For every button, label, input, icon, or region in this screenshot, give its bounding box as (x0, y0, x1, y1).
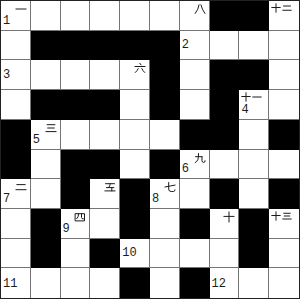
entry-cell-r8c2[interactable] (61, 239, 91, 269)
clue-number: 1 (3, 15, 10, 27)
block-cell-r7c8 (239, 209, 269, 239)
kanji-clue-label (134, 62, 146, 74)
block-cell-r2c5 (150, 60, 180, 90)
block-cell-r1c2 (61, 31, 91, 61)
entry-cell-r4c2[interactable] (61, 120, 91, 150)
kanji-clue-label (271, 3, 292, 13)
entry-cell-r0c6[interactable] (180, 1, 210, 31)
block-cell-r4c9 (269, 120, 299, 150)
block-cell-r2c8 (239, 60, 269, 90)
entry-cell-r1c0[interactable] (1, 31, 31, 61)
block-cell-r5c3 (90, 150, 120, 180)
block-cell-r3c5 (150, 90, 180, 120)
block-cell-r3c1 (31, 90, 61, 120)
entry-cell-r5c1[interactable] (31, 150, 61, 180)
clue-number: 12 (212, 278, 226, 290)
entry-cell-r2c1[interactable] (31, 60, 61, 90)
clue-number: 7 (3, 193, 10, 205)
kanji-clue-label (15, 3, 27, 15)
clue-number: 10 (122, 247, 136, 259)
block-cell-r7c1 (31, 209, 61, 239)
block-cell-r9c4 (120, 268, 150, 298)
entry-cell-r4c5[interactable] (150, 120, 180, 150)
block-cell-r8c3 (90, 239, 120, 269)
entry-cell-r1c9[interactable] (269, 31, 299, 61)
kanji-clue-label (271, 211, 292, 221)
entry-cell-r6c8[interactable] (239, 179, 269, 209)
entry-cell-r5c4[interactable] (120, 150, 150, 180)
entry-cell-r4c1[interactable]: 5 (31, 120, 61, 150)
entry-cell-r2c6[interactable] (180, 60, 210, 90)
entry-cell-r8c6[interactable] (180, 239, 210, 269)
kanji-clue-label (223, 211, 235, 223)
clue-number: 5 (33, 134, 40, 146)
block-cell-r3c7 (210, 90, 240, 120)
entry-cell-r5c9[interactable] (269, 150, 299, 180)
clue-number: 4 (241, 104, 248, 116)
entry-cell-r7c0[interactable] (1, 209, 31, 239)
block-cell-r5c0 (1, 150, 31, 180)
entry-cell-r7c3[interactable] (90, 209, 120, 239)
entry-cell-r9c2[interactable] (61, 268, 91, 298)
kanji-clue-label (194, 152, 206, 164)
block-cell-r3c3 (90, 90, 120, 120)
entry-cell-r0c9[interactable] (269, 1, 299, 31)
block-cell-r1c5 (150, 31, 180, 61)
entry-cell-r1c8[interactable] (239, 31, 269, 61)
crossword-board: 123456789101112 (0, 0, 300, 299)
entry-cell-r3c4[interactable] (120, 90, 150, 120)
entry-cell-r1c6[interactable]: 2 (180, 31, 210, 61)
entry-cell-r9c1[interactable] (31, 268, 61, 298)
entry-cell-r7c2[interactable]: 9 (61, 209, 91, 239)
entry-cell-r6c6[interactable] (180, 179, 210, 209)
entry-cell-r6c1[interactable] (31, 179, 61, 209)
kanji-clue-label (74, 211, 86, 223)
kanji-clue-label (15, 181, 27, 193)
clue-number: 2 (182, 39, 189, 51)
block-cell-r1c4 (120, 31, 150, 61)
entry-cell-r9c5[interactable] (150, 268, 180, 298)
block-cell-r4c7 (210, 120, 240, 150)
entry-cell-r3c8[interactable]: 4 (239, 90, 269, 120)
block-cell-r5c2 (61, 150, 91, 180)
entry-cell-r7c9[interactable] (269, 209, 299, 239)
entry-cell-r0c2[interactable] (61, 1, 91, 31)
entry-cell-r9c7[interactable]: 12 (210, 268, 240, 298)
block-cell-r8c8 (239, 239, 269, 269)
block-cell-r0c8 (239, 1, 269, 31)
block-cell-r5c5 (150, 150, 180, 180)
block-cell-r6c9 (269, 179, 299, 209)
entry-cell-r6c0[interactable]: 7 (1, 179, 31, 209)
entry-cell-r0c5[interactable] (150, 1, 180, 31)
block-cell-r0c7 (210, 1, 240, 31)
clue-number: 6 (182, 163, 189, 175)
block-cell-r7c6 (180, 209, 210, 239)
entry-cell-r2c0[interactable]: 3 (1, 60, 31, 90)
block-cell-r9c6 (180, 268, 210, 298)
entry-cell-r1c7[interactable] (210, 31, 240, 61)
block-cell-r1c1 (31, 31, 61, 61)
entry-cell-r3c0[interactable] (1, 90, 31, 120)
entry-cell-r0c1[interactable] (31, 1, 61, 31)
entry-cell-r6c5[interactable]: 8 (150, 179, 180, 209)
entry-cell-r5c6[interactable]: 6 (180, 150, 210, 180)
entry-cell-r2c3[interactable] (90, 60, 120, 90)
entry-cell-r3c9[interactable] (269, 90, 299, 120)
block-cell-r2c7 (210, 60, 240, 90)
block-cell-r4c0 (1, 120, 31, 150)
entry-cell-r8c7[interactable] (210, 239, 240, 269)
block-cell-r7c4 (120, 209, 150, 239)
entry-cell-r4c3[interactable] (90, 120, 120, 150)
entry-cell-r7c5[interactable] (150, 209, 180, 239)
kanji-clue-label (241, 92, 262, 102)
block-cell-r3c2 (61, 90, 91, 120)
block-cell-r1c3 (90, 31, 120, 61)
block-cell-r4c6 (180, 120, 210, 150)
entry-cell-r5c8[interactable] (239, 150, 269, 180)
entry-cell-r3c6[interactable] (180, 90, 210, 120)
entry-cell-r9c0[interactable]: 11 (1, 268, 31, 298)
entry-cell-r4c8[interactable] (239, 120, 269, 150)
entry-cell-r4c4[interactable] (120, 120, 150, 150)
entry-cell-r0c0[interactable]: 1 (1, 1, 31, 31)
entry-cell-r0c3[interactable] (90, 1, 120, 31)
clue-number: 8 (152, 193, 159, 205)
entry-cell-r8c4[interactable]: 10 (120, 239, 150, 269)
entry-cell-r8c0[interactable] (1, 239, 31, 269)
entry-cell-r2c4[interactable] (120, 60, 150, 90)
entry-cell-r0c4[interactable] (120, 1, 150, 31)
kanji-clue-label (45, 122, 57, 134)
entry-cell-r2c9[interactable] (269, 60, 299, 90)
block-cell-r6c2 (61, 179, 91, 209)
block-cell-r6c7 (210, 179, 240, 209)
kanji-clue-label (104, 181, 116, 193)
entry-cell-r6c3[interactable] (90, 179, 120, 209)
clue-number: 9 (63, 223, 70, 235)
kanji-clue-label (164, 181, 176, 193)
kanji-clue-label (194, 3, 206, 15)
entry-cell-r9c3[interactable] (90, 268, 120, 298)
block-cell-r6c4 (120, 179, 150, 209)
entry-cell-r7c7[interactable] (210, 209, 240, 239)
clue-number: 11 (3, 278, 17, 290)
entry-cell-r9c8[interactable] (239, 268, 269, 298)
block-cell-r8c1 (31, 239, 61, 269)
entry-cell-r9c9[interactable] (269, 268, 299, 298)
entry-cell-r8c9[interactable] (269, 239, 299, 269)
entry-cell-r5c7[interactable] (210, 150, 240, 180)
clue-number: 3 (3, 69, 10, 81)
entry-cell-r2c2[interactable] (61, 60, 91, 90)
entry-cell-r8c5[interactable] (150, 239, 180, 269)
